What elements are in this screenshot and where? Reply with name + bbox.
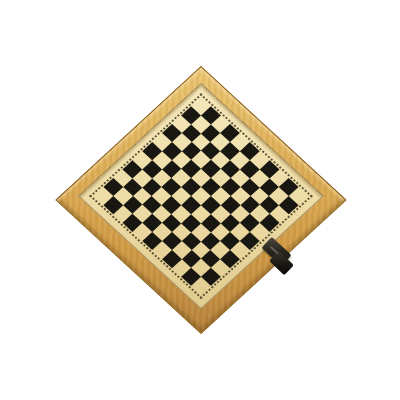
- metal-clasp: [257, 239, 301, 283]
- photo-background: [0, 0, 400, 400]
- wooden-game-box: [55, 66, 346, 334]
